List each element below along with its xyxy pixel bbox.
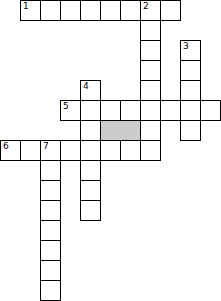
cell[interactable] xyxy=(80,120,101,141)
cell[interactable] xyxy=(40,200,61,221)
clue-number: 6 xyxy=(3,141,9,151)
cell[interactable] xyxy=(120,140,141,161)
cell[interactable] xyxy=(40,220,61,241)
cell[interactable]: 3 xyxy=(180,40,201,61)
cell[interactable] xyxy=(140,140,161,161)
cell[interactable] xyxy=(180,60,201,81)
cell[interactable] xyxy=(80,160,101,181)
clue-number: 5 xyxy=(63,101,69,111)
cell[interactable] xyxy=(180,100,201,121)
cell[interactable] xyxy=(140,80,161,101)
cell[interactable]: 4 xyxy=(80,80,101,101)
cell[interactable] xyxy=(40,260,61,281)
cell[interactable] xyxy=(40,0,61,21)
cell[interactable] xyxy=(80,180,101,201)
cell[interactable] xyxy=(80,0,101,21)
cell[interactable] xyxy=(80,100,101,121)
cell[interactable] xyxy=(80,200,101,221)
cell[interactable] xyxy=(140,120,161,141)
cell[interactable] xyxy=(100,0,121,21)
cell[interactable] xyxy=(100,100,121,121)
blocked-region xyxy=(100,120,141,141)
cell[interactable]: 1 xyxy=(20,0,41,21)
cell[interactable] xyxy=(140,40,161,61)
clue-number: 3 xyxy=(183,41,189,51)
cell[interactable] xyxy=(140,100,161,121)
crossword-grid: 1234567 xyxy=(0,0,221,301)
cell[interactable] xyxy=(180,80,201,101)
cell[interactable] xyxy=(140,20,161,41)
cell[interactable] xyxy=(40,240,61,261)
cell[interactable] xyxy=(200,100,221,121)
clue-number: 4 xyxy=(83,81,89,91)
clue-number: 7 xyxy=(43,141,49,151)
cell[interactable] xyxy=(40,280,61,301)
cell[interactable] xyxy=(120,0,141,21)
cell[interactable]: 5 xyxy=(60,100,81,121)
cell[interactable] xyxy=(80,140,101,161)
cell[interactable] xyxy=(40,180,61,201)
cell[interactable] xyxy=(20,140,41,161)
cell[interactable]: 2 xyxy=(140,0,161,21)
cell[interactable]: 6 xyxy=(0,140,21,161)
cell[interactable] xyxy=(60,140,81,161)
cell[interactable] xyxy=(40,160,61,181)
clue-number: 1 xyxy=(23,1,29,11)
cell[interactable] xyxy=(140,60,161,81)
cell[interactable] xyxy=(120,100,141,121)
clue-number: 2 xyxy=(143,1,149,11)
cell[interactable] xyxy=(60,0,81,21)
cell[interactable] xyxy=(100,140,121,161)
cell[interactable] xyxy=(160,0,181,21)
cell[interactable] xyxy=(180,120,201,141)
cell[interactable]: 7 xyxy=(40,140,61,161)
cell[interactable] xyxy=(160,100,181,121)
